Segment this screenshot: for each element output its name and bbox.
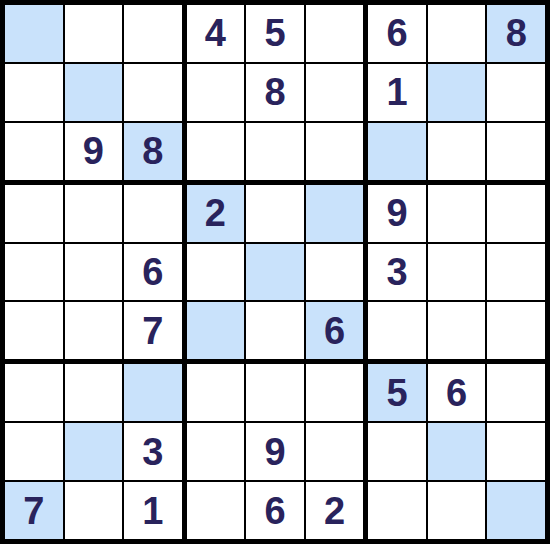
cell-r2c3[interactable] <box>124 64 182 121</box>
cell-r4c1[interactable] <box>5 185 63 242</box>
cell-r6c9[interactable] <box>487 302 545 359</box>
cell-r1c2[interactable] <box>65 5 123 62</box>
cell-r5c4[interactable] <box>187 244 245 301</box>
cell-r4c4[interactable]: 2 <box>187 185 245 242</box>
box-3: 681 <box>368 5 545 180</box>
cell-r6c7[interactable] <box>368 302 426 359</box>
cell-r2c4[interactable] <box>187 64 245 121</box>
box-5: 26 <box>187 185 364 360</box>
cell-r9c8[interactable] <box>428 482 486 539</box>
cell-r4c2[interactable] <box>65 185 123 242</box>
cell-r6c8[interactable] <box>428 302 486 359</box>
box-2: 458 <box>187 5 364 180</box>
cell-r3c9[interactable] <box>487 123 545 180</box>
cell-r9c3[interactable]: 1 <box>124 482 182 539</box>
cell-r2c2[interactable] <box>65 64 123 121</box>
cell-r5c1[interactable] <box>5 244 63 301</box>
cell-r7c7[interactable]: 5 <box>368 364 426 421</box>
cell-r4c9[interactable] <box>487 185 545 242</box>
cell-r9c4[interactable] <box>187 482 245 539</box>
cell-r3c3[interactable]: 8 <box>124 123 182 180</box>
cell-r1c5[interactable]: 5 <box>246 5 304 62</box>
box-9: 56 <box>368 364 545 539</box>
cell-r1c9[interactable]: 8 <box>487 5 545 62</box>
cell-r6c2[interactable] <box>65 302 123 359</box>
cell-r1c8[interactable] <box>428 5 486 62</box>
box-4: 67 <box>5 185 182 360</box>
cell-r3c1[interactable] <box>5 123 63 180</box>
cell-r5c9[interactable] <box>487 244 545 301</box>
cell-r7c4[interactable] <box>187 364 245 421</box>
cell-r3c5[interactable] <box>246 123 304 180</box>
box-8: 962 <box>187 364 364 539</box>
box-7: 371 <box>5 364 182 539</box>
cell-r8c6[interactable] <box>306 423 364 480</box>
cell-r4c3[interactable] <box>124 185 182 242</box>
cell-r9c2[interactable] <box>65 482 123 539</box>
cell-r2c7[interactable]: 1 <box>368 64 426 121</box>
cell-r8c8[interactable] <box>428 423 486 480</box>
cell-r5c7[interactable]: 3 <box>368 244 426 301</box>
cell-r7c5[interactable] <box>246 364 304 421</box>
cell-r2c5[interactable]: 8 <box>246 64 304 121</box>
cell-r7c6[interactable] <box>306 364 364 421</box>
cell-r5c5[interactable] <box>246 244 304 301</box>
cell-r2c9[interactable] <box>487 64 545 121</box>
cell-r6c5[interactable] <box>246 302 304 359</box>
cell-r8c5[interactable]: 9 <box>246 423 304 480</box>
cell-r2c1[interactable] <box>5 64 63 121</box>
cell-r1c3[interactable] <box>124 5 182 62</box>
cell-r8c1[interactable] <box>5 423 63 480</box>
cell-r3c7[interactable] <box>368 123 426 180</box>
cell-r4c6[interactable] <box>306 185 364 242</box>
cell-r1c6[interactable] <box>306 5 364 62</box>
cell-r3c6[interactable] <box>306 123 364 180</box>
cell-r9c5[interactable]: 6 <box>246 482 304 539</box>
cell-r4c8[interactable] <box>428 185 486 242</box>
box-1: 98 <box>5 5 182 180</box>
cell-r6c4[interactable] <box>187 302 245 359</box>
cell-r1c7[interactable]: 6 <box>368 5 426 62</box>
cell-r2c6[interactable] <box>306 64 364 121</box>
cell-r6c1[interactable] <box>5 302 63 359</box>
cell-r8c4[interactable] <box>187 423 245 480</box>
cell-r4c7[interactable]: 9 <box>368 185 426 242</box>
cell-r7c2[interactable] <box>65 364 123 421</box>
cell-r4c5[interactable] <box>246 185 304 242</box>
cell-r3c2[interactable]: 9 <box>65 123 123 180</box>
cell-r5c3[interactable]: 6 <box>124 244 182 301</box>
cell-r3c4[interactable] <box>187 123 245 180</box>
cell-r1c4[interactable]: 4 <box>187 5 245 62</box>
cell-r8c7[interactable] <box>368 423 426 480</box>
cell-r9c9[interactable] <box>487 482 545 539</box>
cell-r3c8[interactable] <box>428 123 486 180</box>
cell-r5c6[interactable] <box>306 244 364 301</box>
cell-r7c9[interactable] <box>487 364 545 421</box>
cell-r6c6[interactable]: 6 <box>306 302 364 359</box>
box-6: 93 <box>368 185 545 360</box>
cell-r5c8[interactable] <box>428 244 486 301</box>
cell-r1c1[interactable] <box>5 5 63 62</box>
sudoku-board: 9845868167269337196256 <box>0 0 550 544</box>
cell-r9c7[interactable] <box>368 482 426 539</box>
cell-r7c3[interactable] <box>124 364 182 421</box>
cell-r2c8[interactable] <box>428 64 486 121</box>
cell-r9c1[interactable]: 7 <box>5 482 63 539</box>
cell-r8c9[interactable] <box>487 423 545 480</box>
cell-r9c6[interactable]: 2 <box>306 482 364 539</box>
cell-r8c2[interactable] <box>65 423 123 480</box>
cell-r8c3[interactable]: 3 <box>124 423 182 480</box>
cell-r6c3[interactable]: 7 <box>124 302 182 359</box>
cell-r7c1[interactable] <box>5 364 63 421</box>
cell-r5c2[interactable] <box>65 244 123 301</box>
cell-r7c8[interactable]: 6 <box>428 364 486 421</box>
